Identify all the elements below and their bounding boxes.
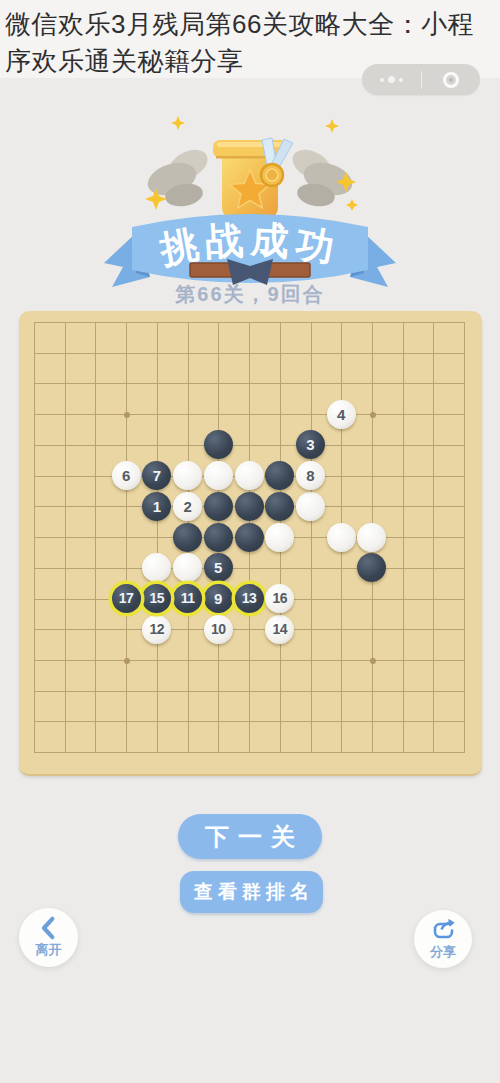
black-stone-move-1: 1 [142,492,171,521]
black-stone [204,430,233,459]
black-stone [235,523,264,552]
share-label: 分享 [430,943,456,961]
black-stone [204,492,233,521]
share-icon [430,916,457,944]
black-stone-move-17: 17 [112,584,141,613]
white-stone [265,523,294,552]
white-stone-move-2: 2 [173,492,202,521]
more-dots-icon [380,76,403,83]
leave-button[interactable]: 离开 [19,908,78,967]
white-stone-move-14: 14 [265,615,294,644]
white-stone-move-4: 4 [327,400,356,429]
white-stone [296,492,325,521]
white-stone [173,461,202,490]
black-stone [265,492,294,521]
back-chevron-icon [39,914,59,942]
black-stone [265,461,294,490]
white-stone [327,523,356,552]
black-stone [235,492,264,521]
white-stone [142,553,171,582]
white-stone [204,461,233,490]
white-stone-move-8: 8 [296,461,325,490]
black-stone [204,523,233,552]
black-stone [173,523,202,552]
next-level-button[interactable]: 下一关 [178,814,322,859]
exit-button[interactable] [422,64,481,95]
white-stone [235,461,264,490]
page: 微信欢乐3月残局第66关攻略大全：小程序欢乐通关秘籍分享 [0,0,500,1083]
capsule-circle-icon [443,72,459,88]
black-stone-move-3: 3 [296,430,325,459]
share-button[interactable]: 分享 [414,910,472,968]
more-button[interactable] [362,64,421,95]
white-stone-move-10: 10 [204,615,233,644]
black-stone [357,553,386,582]
level-info: 第66关，9回合 [0,281,500,308]
group-ranking-button[interactable]: 查看群排名 [180,871,323,913]
black-stone-move-5: 5 [204,553,233,582]
stone-layer: 1234567891011121314151617 [19,307,450,738]
black-stone-move-9: 9 [204,584,233,613]
black-stone-move-11: 11 [173,584,202,613]
white-stone-move-16: 16 [265,584,294,613]
miniprogram-capsule[interactable] [362,64,480,95]
white-stone [357,523,386,552]
leave-label: 离开 [36,941,62,959]
gomoku-board: 1234567891011121314151617 [19,311,482,776]
trophy-banner-graphic: 挑战成功 [0,115,500,307]
black-stone-move-13: 13 [235,584,264,613]
success-banner: 挑战成功 [104,214,396,287]
white-stone-move-6: 6 [112,461,141,490]
black-stone-move-7: 7 [142,461,171,490]
white-stone [173,553,202,582]
white-stone-move-12: 12 [142,615,171,644]
black-stone-move-15: 15 [142,584,171,613]
